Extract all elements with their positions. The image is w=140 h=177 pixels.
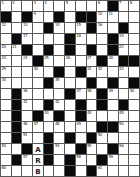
clue-number: 11: [108, 12, 112, 16]
clue-number: 21: [12, 45, 16, 49]
crossword-cell[interactable]: 48: [54, 122, 64, 132]
crossword-cell[interactable]: [33, 89, 43, 99]
clue-number: 2: [12, 1, 14, 5]
crossword-cell[interactable]: 51: [22, 133, 32, 143]
crossword-cell[interactable]: [1, 100, 11, 110]
black-cell: [119, 100, 129, 110]
black-cell: [108, 1, 118, 11]
crossword-cell[interactable]: [65, 144, 75, 154]
clue-number: 44: [87, 111, 91, 115]
crossword-cell[interactable]: 1: [1, 1, 11, 11]
black-cell: [12, 111, 22, 121]
clue-number: 18: [76, 34, 80, 38]
crossword-cell[interactable]: [1, 122, 11, 132]
crossword-cell[interactable]: [65, 100, 75, 110]
black-cell: [76, 67, 86, 77]
crossword-cell[interactable]: [119, 78, 129, 88]
clue-number: 45: [119, 111, 123, 115]
crossword-cell[interactable]: 4: [44, 1, 54, 11]
black-cell: [119, 23, 129, 33]
clue-number: 51: [23, 133, 27, 137]
black-cell: [129, 78, 139, 88]
clue-number: 7: [119, 1, 121, 5]
black-cell: [22, 12, 32, 22]
clue-number: 48: [55, 122, 59, 126]
clue-number: 49: [76, 122, 80, 126]
crossword-cell[interactable]: 26: [65, 56, 75, 66]
black-cell: [97, 155, 107, 165]
clue-number: 43: [44, 111, 48, 115]
crossword-cell[interactable]: [12, 78, 22, 88]
clue-number: 53: [2, 144, 6, 148]
crossword-cell[interactable]: [87, 155, 97, 165]
clue-number: 24: [23, 56, 27, 60]
clue-number: 26: [66, 56, 70, 60]
black-cell: [87, 78, 97, 88]
crossword-cell[interactable]: 38: [87, 89, 97, 99]
clue-number: 31: [87, 67, 91, 71]
crossword-cell[interactable]: [12, 166, 22, 176]
crossword-cell[interactable]: 54: [54, 144, 64, 154]
crossword-cell[interactable]: [65, 78, 75, 88]
black-cell: [44, 45, 54, 55]
crossword-cell[interactable]: 28: [108, 56, 118, 66]
crossword-cell[interactable]: [65, 122, 75, 132]
clue-number: 25: [44, 56, 48, 60]
crossword-cell[interactable]: [65, 67, 75, 77]
black-cell: [12, 100, 22, 110]
black-cell: [22, 45, 32, 55]
crossword-cell[interactable]: 5: [65, 1, 75, 11]
black-cell: [108, 144, 118, 154]
crossword-cell[interactable]: 39: [108, 89, 118, 99]
crossword-cell[interactable]: [65, 111, 75, 121]
crossword-cell[interactable]: [54, 155, 64, 165]
black-cell: [119, 56, 129, 66]
crossword-cell[interactable]: 10: [97, 12, 107, 22]
crossword-cell[interactable]: 18: [76, 34, 86, 44]
crossword-cell[interactable]: [22, 166, 32, 176]
crossword-board: 1234567891011121314151617181920212223242…: [0, 0, 140, 177]
black-cell: [65, 133, 75, 143]
crossword-cell[interactable]: 25: [44, 56, 54, 66]
crossword-cell[interactable]: 47: [33, 122, 43, 132]
clue-number: 56: [119, 144, 123, 148]
crossword-cell[interactable]: [12, 144, 22, 154]
crossword-cell[interactable]: [33, 100, 43, 110]
clue-number: 17: [23, 34, 27, 38]
crossword-cell[interactable]: [44, 122, 54, 132]
crossword-cell[interactable]: [54, 34, 64, 44]
crossword-cell[interactable]: [76, 166, 86, 176]
black-cell: [97, 100, 107, 110]
clue-number: 60: [2, 166, 6, 170]
black-cell: [76, 144, 86, 154]
crossword-cell[interactable]: [129, 111, 139, 121]
crossword-cell[interactable]: [65, 23, 75, 33]
crossword-cell[interactable]: 43: [44, 111, 54, 121]
black-cell: [97, 89, 107, 99]
clue-number: 50: [119, 122, 123, 126]
crossword-cell[interactable]: [1, 133, 11, 143]
crossword-cell[interactable]: [22, 78, 32, 88]
crossword-cell[interactable]: [22, 1, 32, 11]
crossword-cell[interactable]: 14: [54, 23, 64, 33]
crossword-cell[interactable]: [129, 34, 139, 44]
black-cell: [108, 78, 118, 88]
crossword-cell[interactable]: 33: [119, 67, 129, 77]
crossword-cell[interactable]: 45: [119, 111, 129, 121]
clue-number: 16: [98, 23, 102, 27]
crossword-cell[interactable]: [119, 166, 129, 176]
crossword-cell[interactable]: [22, 67, 32, 77]
clue-number: 32: [98, 67, 102, 71]
crossword-cell[interactable]: [129, 166, 139, 176]
crossword-cell[interactable]: 22: [119, 45, 129, 55]
crossword-cell[interactable]: 9: [33, 12, 43, 22]
crossword-cell[interactable]: 41: [22, 100, 32, 110]
crossword-cell[interactable]: 3: [33, 1, 43, 11]
black-cell: [44, 133, 54, 143]
crossword-cell[interactable]: 58: [76, 155, 86, 165]
clue-number: 14: [55, 23, 59, 27]
crossword-cell[interactable]: [87, 122, 97, 132]
crossword-cell[interactable]: 59: [108, 155, 118, 165]
crossword-cell[interactable]: [54, 89, 64, 99]
black-cell: [44, 23, 54, 33]
black-cell: [87, 12, 97, 22]
crossword-cell[interactable]: 21: [12, 45, 22, 55]
crossword-cell[interactable]: 17: [22, 34, 32, 44]
crossword-cell[interactable]: [76, 1, 86, 11]
crossword-cell[interactable]: [54, 1, 64, 11]
crossword-cell[interactable]: [129, 155, 139, 165]
crossword-cell[interactable]: [108, 133, 118, 143]
crossword-cell[interactable]: 13: [22, 23, 32, 33]
black-cell: [44, 155, 54, 165]
crossword-cell[interactable]: [1, 34, 11, 44]
fill-letter: R: [33, 157, 43, 165]
clue-number: 57: [23, 155, 27, 159]
black-cell: [65, 89, 75, 99]
black-cell: [87, 23, 97, 33]
crossword-cell[interactable]: [12, 12, 22, 22]
crossword-cell[interactable]: 36: [22, 89, 32, 99]
clue-number: 42: [55, 100, 59, 104]
black-cell: [65, 34, 75, 44]
black-cell: [97, 122, 107, 132]
crossword-cell[interactable]: [129, 133, 139, 143]
crossword-cell[interactable]: [97, 144, 107, 154]
crossword-cell[interactable]: 30: [33, 67, 43, 77]
crossword-cell[interactable]: [97, 78, 107, 88]
clue-number: 20: [2, 45, 6, 49]
black-cell: [65, 45, 75, 55]
fill-letter: A: [33, 146, 43, 154]
crossword-cell[interactable]: [129, 144, 139, 154]
black-cell: [33, 111, 43, 121]
crossword-cell[interactable]: [12, 56, 22, 66]
crossword-cell[interactable]: [108, 111, 118, 121]
crossword-cell[interactable]: [129, 100, 139, 110]
clue-number: 52: [98, 133, 102, 137]
black-cell: [12, 155, 22, 165]
crossword-cell[interactable]: 15: [76, 23, 86, 33]
crossword-cell[interactable]: [44, 89, 54, 99]
crossword-cell[interactable]: 60: [1, 166, 11, 176]
crossword-cell[interactable]: [1, 89, 11, 99]
crossword-cell[interactable]: [12, 23, 22, 33]
clue-number: 59: [108, 155, 112, 159]
crossword-cell[interactable]: [129, 23, 139, 33]
clue-number: 8: [130, 1, 132, 5]
crossword-cell[interactable]: 20: [1, 45, 11, 55]
crossword-cell[interactable]: [54, 56, 64, 66]
crossword-cell[interactable]: 6: [97, 1, 107, 11]
black-cell: [1, 12, 11, 22]
black-cell: [108, 34, 118, 44]
clue-number: 36: [23, 89, 27, 93]
crossword-cell[interactable]: 32: [97, 67, 107, 77]
crossword-cell[interactable]: 56: [119, 144, 129, 154]
clue-number: 46: [23, 122, 27, 126]
clue-number: 12: [2, 23, 6, 27]
crossword-cell[interactable]: [44, 12, 54, 22]
crossword-cell[interactable]: 31: [87, 67, 97, 77]
crossword-cell[interactable]: 53: [1, 144, 11, 154]
crossword-cell[interactable]: 37: [76, 89, 86, 99]
black-cell: [12, 133, 22, 143]
crossword-cell[interactable]: [119, 12, 129, 22]
crossword-cell[interactable]: [12, 67, 22, 77]
clue-number: 27: [87, 56, 91, 60]
clue-number: 34: [2, 78, 6, 82]
crossword-cell[interactable]: [33, 34, 43, 44]
clue-number: 29: [2, 67, 6, 71]
crossword-cell[interactable]: 11: [108, 12, 118, 22]
crossword-cell[interactable]: [108, 166, 118, 176]
clue-number: 22: [119, 45, 123, 49]
crossword-cell[interactable]: 50: [119, 122, 129, 132]
crossword-cell[interactable]: [76, 45, 86, 55]
crossword-cell[interactable]: 55: [87, 144, 97, 154]
clue-number: 61: [98, 166, 102, 170]
clue-number: 47: [34, 122, 38, 126]
crossword-cell[interactable]: 44: [87, 111, 97, 121]
crossword-cell[interactable]: 23: [1, 56, 11, 66]
black-cell: [12, 89, 22, 99]
black-cell: [44, 144, 54, 154]
clue-number: 41: [23, 100, 27, 104]
crossword-cell[interactable]: 52: [97, 133, 107, 143]
crossword-cell[interactable]: [33, 23, 43, 33]
clue-number: 30: [34, 67, 38, 71]
crossword-cell[interactable]: R: [33, 155, 43, 165]
crossword-cell[interactable]: 24: [22, 56, 32, 66]
clue-number: 1: [2, 1, 4, 5]
clue-number: 23: [2, 56, 6, 60]
crossword-cell[interactable]: [76, 78, 86, 88]
crossword-cell[interactable]: 42: [54, 100, 64, 110]
black-cell: [33, 56, 43, 66]
black-cell: [87, 133, 97, 143]
clue-number: 38: [87, 89, 91, 93]
crossword-cell[interactable]: [33, 133, 43, 143]
crossword-cell[interactable]: [76, 133, 86, 143]
clue-number: 19: [119, 34, 123, 38]
crossword-cell[interactable]: 12: [1, 23, 11, 33]
crossword-cell[interactable]: [33, 78, 43, 88]
black-cell: [87, 166, 97, 176]
clue-number: 55: [87, 144, 91, 148]
black-cell: [97, 56, 107, 66]
fill-letter: B: [33, 168, 43, 176]
crossword-cell[interactable]: [87, 1, 97, 11]
crossword-cell[interactable]: 49: [76, 122, 86, 132]
crossword-cell[interactable]: 35: [54, 78, 64, 88]
clue-number: 54: [55, 144, 59, 148]
black-cell: [129, 56, 139, 66]
crossword-cell[interactable]: 27: [87, 56, 97, 66]
black-cell: [44, 100, 54, 110]
crossword-cell[interactable]: [1, 155, 11, 165]
crossword-cell[interactable]: [129, 12, 139, 22]
crossword-cell[interactable]: [87, 100, 97, 110]
black-cell: [12, 34, 22, 44]
crossword-cell[interactable]: 19: [119, 34, 129, 44]
clue-number: 5: [66, 1, 68, 5]
black-cell: [65, 155, 75, 165]
clue-number: 9: [34, 12, 36, 16]
crossword-cell[interactable]: [87, 34, 97, 44]
crossword-cell[interactable]: [119, 133, 129, 143]
crossword-cell[interactable]: 34: [1, 78, 11, 88]
crossword-cell[interactable]: [129, 45, 139, 55]
clue-number: 13: [23, 23, 27, 27]
clue-number: 33: [119, 67, 123, 71]
crossword-cell[interactable]: 16: [97, 23, 107, 33]
black-cell: [54, 67, 64, 77]
crossword-cell[interactable]: [44, 34, 54, 44]
clue-number: 4: [44, 1, 46, 5]
crossword-cell[interactable]: [97, 45, 107, 55]
crossword-cell[interactable]: 7: [119, 1, 129, 11]
black-cell: [87, 45, 97, 55]
crossword-cell[interactable]: [129, 67, 139, 77]
clue-number: 40: [130, 89, 134, 93]
black-cell: [44, 78, 54, 88]
crossword-cell[interactable]: [119, 89, 129, 99]
clue-number: 3: [34, 1, 36, 5]
crossword-cell[interactable]: [54, 166, 64, 176]
black-cell: [22, 144, 32, 154]
crossword-cell[interactable]: A: [33, 144, 43, 154]
crossword-cell[interactable]: B: [33, 166, 43, 176]
crossword-cell[interactable]: 8: [129, 1, 139, 11]
clue-number: 35: [55, 78, 59, 82]
black-cell: [65, 166, 75, 176]
crossword-cell[interactable]: [54, 45, 64, 55]
crossword-cell[interactable]: 2: [12, 1, 22, 11]
crossword-cell[interactable]: [44, 166, 54, 176]
crossword-cell[interactable]: [33, 45, 43, 55]
clue-number: 15: [76, 23, 80, 27]
clue-number: 10: [98, 12, 102, 16]
crossword-cell[interactable]: 61: [97, 166, 107, 176]
crossword-cell[interactable]: [76, 56, 86, 66]
crossword-cell[interactable]: 46: [22, 122, 32, 132]
crossword-cell[interactable]: [108, 100, 118, 110]
crossword-cell[interactable]: [65, 12, 75, 22]
crossword-cell[interactable]: [97, 34, 107, 44]
crossword-cell[interactable]: [54, 133, 64, 143]
crossword-cell[interactable]: 40: [129, 89, 139, 99]
crossword-cell[interactable]: [1, 111, 11, 121]
crossword-cell[interactable]: [44, 67, 54, 77]
black-cell: [54, 111, 64, 121]
black-cell: [108, 122, 118, 132]
crossword-cell[interactable]: [97, 111, 107, 121]
clue-number: 37: [76, 89, 80, 93]
crossword-cell[interactable]: [119, 155, 129, 165]
black-cell: [76, 12, 86, 22]
black-cell: [12, 122, 22, 132]
crossword-cell[interactable]: 29: [1, 67, 11, 77]
clue-number: 6: [98, 1, 100, 5]
clue-number: 58: [76, 155, 80, 159]
crossword-cell[interactable]: [108, 67, 118, 77]
crossword-cell[interactable]: [22, 111, 32, 121]
clue-number: 28: [108, 56, 112, 60]
black-cell: [76, 100, 86, 110]
clue-number: 39: [108, 89, 112, 93]
crossword-cell[interactable]: [108, 23, 118, 33]
black-cell: [108, 45, 118, 55]
crossword-cell[interactable]: [129, 122, 139, 132]
black-cell: [76, 111, 86, 121]
black-cell: [54, 12, 64, 22]
crossword-cell[interactable]: 57: [22, 155, 32, 165]
